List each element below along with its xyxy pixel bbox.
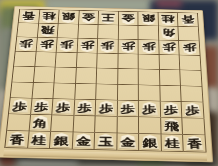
shogi-piece-sente[interactable]: 歩 xyxy=(32,99,51,113)
shogi-piece-sente[interactable]: 歩 xyxy=(97,101,115,115)
board-cell-r8-c9[interactable] xyxy=(183,118,206,135)
shogi-piece-sente[interactable]: 歩 xyxy=(54,100,73,114)
shogi-piece-gote[interactable]: 香 xyxy=(179,14,196,26)
shogi-piece-sente[interactable]: 金 xyxy=(118,134,137,149)
board-cell-r2-c8[interactable]: 角 xyxy=(159,26,180,41)
board-surface: 香桂銀金王金銀桂香飛角歩歩歩歩歩歩歩歩歩歩歩歩歩歩歩歩歩歩角飛香桂銀金玉金銀桂香 xyxy=(0,6,213,162)
shogi-piece-gote[interactable]: 歩 xyxy=(120,40,137,53)
shogi-piece-gote[interactable]: 歩 xyxy=(99,40,116,53)
board-cell-r5-c5[interactable] xyxy=(97,69,118,85)
board-cell-r2-c4[interactable] xyxy=(78,24,99,39)
board-cell-r7-c7[interactable]: 歩 xyxy=(139,101,161,118)
board-cell-r4-c1[interactable] xyxy=(14,52,36,67)
board-cell-r9-c3[interactable]: 銀 xyxy=(50,132,73,150)
shogi-piece-gote[interactable]: 香 xyxy=(20,10,38,22)
board-cell-r7-c8[interactable]: 歩 xyxy=(161,101,183,118)
board-cell-r7-c2[interactable]: 歩 xyxy=(31,98,54,115)
shogi-piece-gote[interactable]: 王 xyxy=(100,12,117,24)
shogi-piece-gote[interactable]: 銀 xyxy=(140,13,157,25)
board-cell-r4-c8[interactable] xyxy=(159,55,180,70)
board-cell-r9-c1[interactable]: 香 xyxy=(5,131,29,149)
board-cell-r7-c9[interactable]: 歩 xyxy=(182,102,204,119)
board-cell-r5-c4[interactable] xyxy=(76,68,98,84)
shogi-piece-gote[interactable]: 歩 xyxy=(58,39,76,52)
shogi-piece-gote[interactable]: 桂 xyxy=(40,11,58,23)
shogi-piece-gote[interactable]: 歩 xyxy=(37,39,55,52)
shogi-piece-sente[interactable]: 歩 xyxy=(119,101,137,115)
board-cell-r1-c3[interactable]: 銀 xyxy=(59,10,80,24)
board-cell-r5-c3[interactable] xyxy=(55,68,77,84)
board-cell-r4-c2[interactable] xyxy=(35,52,57,67)
board-cell-r3-c2[interactable]: 歩 xyxy=(36,38,58,53)
board-cell-r8-c2[interactable]: 角 xyxy=(29,115,52,132)
board-cell-r2-c5[interactable] xyxy=(98,25,118,40)
board-cell-r7-c1[interactable]: 歩 xyxy=(9,98,32,115)
board-cell-r8-c4[interactable] xyxy=(73,115,96,132)
board-cell-r3-c7[interactable]: 歩 xyxy=(139,40,160,55)
shogi-piece-gote[interactable]: 歩 xyxy=(140,41,157,54)
shogi-piece-gote[interactable]: 桂 xyxy=(160,13,177,25)
board-cell-r3-c1[interactable]: 歩 xyxy=(16,37,38,52)
board-cell-r7-c5[interactable]: 歩 xyxy=(96,100,118,117)
board-cell-r8-c3[interactable] xyxy=(51,115,74,132)
board-cell-r1-c4[interactable]: 金 xyxy=(79,11,99,25)
board-cell-r1-c8[interactable]: 桂 xyxy=(158,12,178,26)
board-cell-r8-c1[interactable] xyxy=(7,114,31,131)
board-cell-r6-c2[interactable] xyxy=(32,83,55,99)
board-cell-r2-c9[interactable] xyxy=(179,27,200,42)
board-cell-r5-c9[interactable] xyxy=(181,70,203,86)
board-cell-r4-c3[interactable] xyxy=(56,53,78,68)
board-cell-r3-c5[interactable]: 歩 xyxy=(98,39,119,54)
board-cell-r3-c4[interactable]: 歩 xyxy=(77,39,98,54)
shogi-piece-sente[interactable]: 玉 xyxy=(96,134,115,149)
shogi-piece-gote[interactable]: 飛 xyxy=(39,24,57,36)
board-cell-r6-c3[interactable] xyxy=(53,83,75,99)
board-cell-r9-c7[interactable]: 銀 xyxy=(139,134,161,152)
shogi-piece-sente[interactable]: 角 xyxy=(31,116,51,130)
board-cell-r8-c6[interactable] xyxy=(117,116,139,133)
board-cell-r4-c7[interactable] xyxy=(139,55,160,70)
shogi-piece-gote[interactable]: 角 xyxy=(160,27,177,39)
shogi-piece-sente[interactable]: 歩 xyxy=(140,102,158,116)
shogi-piece-sente[interactable]: 歩 xyxy=(183,103,202,117)
shogi-piece-gote[interactable]: 歩 xyxy=(160,41,178,54)
board-cell-r3-c9[interactable]: 歩 xyxy=(179,41,200,56)
board-cell-r3-c3[interactable]: 歩 xyxy=(57,38,78,53)
board-cell-r6-c5[interactable] xyxy=(96,84,118,100)
shogi-piece-sente[interactable]: 歩 xyxy=(10,99,29,113)
board-cell-r5-c8[interactable] xyxy=(160,70,182,86)
shogi-piece-gote[interactable]: 歩 xyxy=(78,40,96,53)
board-cell-r9-c8[interactable]: 桂 xyxy=(161,134,184,152)
board-cell-r1-c2[interactable]: 桂 xyxy=(39,10,60,24)
board-cell-r3-c6[interactable]: 歩 xyxy=(118,40,139,55)
board-cell-r7-c4[interactable]: 歩 xyxy=(74,99,96,116)
board-cell-r2-c3[interactable] xyxy=(58,24,79,39)
board-cell-r5-c6[interactable] xyxy=(118,69,139,85)
shogi-piece-sente[interactable]: 歩 xyxy=(162,102,181,116)
board-cell-r1-c5[interactable]: 王 xyxy=(99,11,119,25)
board-cell-r9-c9[interactable]: 香 xyxy=(183,135,206,153)
board-cell-r3-c8[interactable]: 歩 xyxy=(159,40,180,55)
shogi-piece-sente[interactable]: 桂 xyxy=(29,132,49,147)
board-cell-r4-c5[interactable] xyxy=(97,54,118,69)
board-cell-r4-c6[interactable] xyxy=(118,54,139,69)
shogi-piece-sente[interactable]: 香 xyxy=(185,136,204,151)
board-cell-r6-c9[interactable] xyxy=(181,86,203,102)
board-cell-r9-c5[interactable]: 玉 xyxy=(95,133,118,151)
board-cell-r2-c2[interactable]: 飛 xyxy=(37,24,58,39)
board-cell-r9-c2[interactable]: 桂 xyxy=(28,131,52,149)
shogi-piece-sente[interactable]: 飛 xyxy=(162,119,181,133)
shogi-piece-sente[interactable]: 香 xyxy=(7,132,27,147)
board-cell-r8-c8[interactable]: 飛 xyxy=(161,117,183,134)
board-cell-r5-c1[interactable] xyxy=(12,67,34,83)
shogi-piece-sente[interactable]: 銀 xyxy=(51,133,71,148)
board-cell-r5-c7[interactable] xyxy=(139,70,160,86)
shop-shelf-photo: 香桂銀金王金銀桂香飛角歩歩歩歩歩歩歩歩歩歩歩歩歩歩歩歩歩歩角飛香桂銀金玉金銀桂香 xyxy=(0,0,218,166)
shogi-piece-sente[interactable]: 桂 xyxy=(163,135,182,150)
board-cell-r7-c6[interactable]: 歩 xyxy=(118,100,140,117)
board-cell-r2-c7[interactable] xyxy=(139,26,159,41)
board-cell-r6-c4[interactable] xyxy=(75,83,97,99)
shogi-piece-gote[interactable]: 歩 xyxy=(181,42,199,55)
board-grid: 香桂銀金王金銀桂香飛角歩歩歩歩歩歩歩歩歩歩歩歩歩歩歩歩歩歩角飛香桂銀金玉金銀桂香 xyxy=(4,9,206,153)
shogi-piece-gote[interactable]: 歩 xyxy=(17,38,35,51)
shogi-piece-gote[interactable]: 金 xyxy=(120,12,137,24)
shogi-piece-sente[interactable]: 金 xyxy=(74,133,93,148)
board-cell-r2-c6[interactable] xyxy=(119,25,139,40)
board-cell-r6-c1[interactable] xyxy=(11,82,34,98)
board-cell-r1-c6[interactable]: 金 xyxy=(119,12,139,26)
board-cell-r8-c7[interactable] xyxy=(139,117,161,134)
board-cell-r8-c5[interactable] xyxy=(95,116,117,133)
board-cell-r5-c2[interactable] xyxy=(33,67,55,83)
board-cell-r4-c4[interactable] xyxy=(76,53,97,68)
board-cell-r9-c4[interactable]: 金 xyxy=(72,132,95,150)
board-cell-r2-c1[interactable] xyxy=(17,23,39,38)
shogi-piece-sente[interactable]: 銀 xyxy=(141,135,160,150)
board-cell-r4-c9[interactable] xyxy=(180,55,201,70)
board-cell-r1-c7[interactable]: 銀 xyxy=(139,12,159,26)
board-cell-r7-c3[interactable]: 歩 xyxy=(52,99,75,116)
board-cell-r1-c9[interactable]: 香 xyxy=(178,13,199,27)
shogi-piece-gote[interactable]: 金 xyxy=(80,12,97,24)
board-cell-r6-c7[interactable] xyxy=(139,85,161,101)
shogi-board: 香桂銀金王金銀桂香飛角歩歩歩歩歩歩歩歩歩歩歩歩歩歩歩歩歩歩角飛香桂銀金玉金銀桂香 xyxy=(0,0,218,162)
board-cell-r6-c8[interactable] xyxy=(160,85,182,101)
board-cell-r9-c6[interactable]: 金 xyxy=(117,133,139,151)
shogi-piece-gote[interactable]: 銀 xyxy=(60,11,77,23)
shelf-blur-bottom-light xyxy=(18,158,78,166)
board-cell-r6-c6[interactable] xyxy=(118,84,139,100)
board-cell-r1-c1[interactable]: 香 xyxy=(19,9,40,23)
shogi-piece-sente[interactable]: 歩 xyxy=(75,100,94,114)
